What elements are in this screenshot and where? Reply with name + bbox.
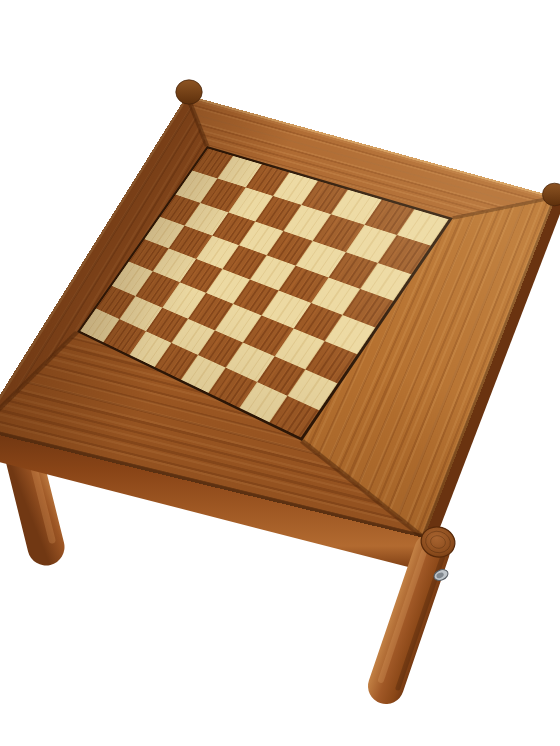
table-leg-front [381, 551, 443, 688]
photo-stage [0, 0, 560, 746]
